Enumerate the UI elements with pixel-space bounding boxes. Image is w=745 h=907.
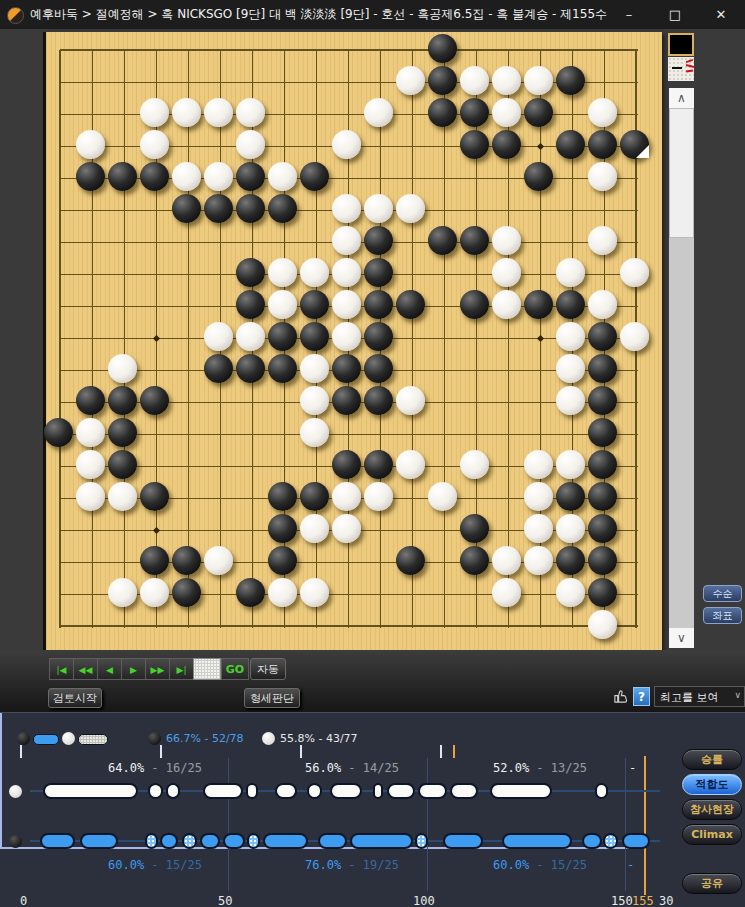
white-stone-10-6 <box>332 194 361 223</box>
white-stone-10-4 <box>332 130 361 159</box>
star-point <box>537 335 544 342</box>
match-segment-black <box>350 833 413 849</box>
match-segment-white <box>203 783 243 799</box>
match-segment-black <box>145 833 158 849</box>
ruler-tick <box>300 745 302 758</box>
tab-conformance[interactable]: 적합도 <box>682 774 742 795</box>
white-stone-14-2 <box>460 66 489 95</box>
white-overall-match: 55.8% - 43/77 <box>280 732 358 745</box>
black-stone-17-15 <box>556 482 585 511</box>
white-stone-12-2 <box>396 66 425 95</box>
white-stone-4-18 <box>140 578 169 607</box>
white-stone-18-5 <box>588 162 617 191</box>
black-stone-18-4 <box>588 130 617 159</box>
title-bar: 예후바둑 > 절예정해 > 흑 NICKSGO [9단] 대 백 淡淡淡 [9단… <box>0 0 745 29</box>
black-stone-18-14 <box>588 450 617 479</box>
ruler-tick <box>440 745 442 758</box>
star-point <box>153 335 160 342</box>
match-segment-black <box>603 833 618 849</box>
black-stone-17-17 <box>556 546 585 575</box>
black-stone-16-9 <box>524 290 553 319</box>
black-stone-7-6 <box>236 194 265 223</box>
analysis-panel: 66.7% - 52/78 55.8% - 43/77 승률 적합도 참사현장 … <box>0 712 745 907</box>
star-point <box>153 527 160 534</box>
x-axis-label-150: 150 <box>611 894 633 907</box>
scroll-up-icon[interactable]: ∧ <box>669 88 694 108</box>
white-stone-15-8 <box>492 258 521 287</box>
match-segment-black <box>247 833 260 849</box>
white-stone-17-11 <box>556 354 585 383</box>
black-stone-17-4 <box>556 130 585 159</box>
black-stone-15-4 <box>492 130 521 159</box>
black-stone-14-3 <box>460 98 489 127</box>
x-axis-label-155: 155 <box>632 894 654 907</box>
match-segment-white <box>148 783 163 799</box>
match-segment-black <box>415 833 428 849</box>
white-stone-6-3 <box>204 98 233 127</box>
grid-line-v <box>59 50 61 628</box>
black-stone-18-15 <box>588 482 617 511</box>
black-stone-18-18 <box>588 578 617 607</box>
black-stone-5-6 <box>172 194 201 223</box>
black-stone-11-10 <box>364 322 393 351</box>
app-icon <box>7 7 24 24</box>
black-stone-5-18 <box>172 578 201 607</box>
black-stone-2-5 <box>76 162 105 191</box>
match-segment-white <box>490 783 552 799</box>
grid-line-h <box>60 434 638 435</box>
match-segment-white <box>246 783 258 799</box>
black-stone-3-13 <box>108 418 137 447</box>
x-axis-label-0: 0 <box>20 894 27 907</box>
white-stone-15-3 <box>492 98 521 127</box>
last-move-marker <box>636 145 649 158</box>
current-move-line <box>644 756 646 895</box>
white-stone-18-3 <box>588 98 617 127</box>
black-stone-14-17 <box>460 546 489 575</box>
white-stone-18-7 <box>588 226 617 255</box>
black-stone-11-12 <box>364 386 393 415</box>
black-stone-7-8 <box>236 258 265 287</box>
black-stone-8-17 <box>268 546 297 575</box>
black-stone-8-6 <box>268 194 297 223</box>
black-stone-17-2 <box>556 66 585 95</box>
black-stone-14-9 <box>460 290 489 319</box>
chart-gridline <box>427 758 428 891</box>
x-axis-label-50: 50 <box>218 894 232 907</box>
match-segment-black <box>160 833 178 849</box>
black-stone-2-12 <box>76 386 105 415</box>
first-move-button[interactable]: |◀ <box>49 658 73 680</box>
white-stone-10-16 <box>332 514 361 543</box>
white-stone-4-4 <box>140 130 169 159</box>
fast-forward-button[interactable]: ▶▶ <box>145 658 169 680</box>
maximize-button[interactable]: □ <box>653 0 697 29</box>
black-stone-10-14 <box>332 450 361 479</box>
white-stone-7-3 <box>236 98 265 127</box>
go-button[interactable]: GO <box>221 658 249 680</box>
dropdown-value: 최고를 보여 <box>660 690 719 705</box>
match-segment-black <box>318 833 347 849</box>
black-stone-13-3 <box>428 98 457 127</box>
grid-line-v <box>412 50 413 628</box>
black-stone-10-11 <box>332 354 361 383</box>
black-stone-12-9 <box>396 290 425 319</box>
move-sequence-button[interactable]: 수순 <box>703 585 742 602</box>
black-stone-9-15 <box>300 482 329 511</box>
chart-gridline <box>228 758 229 891</box>
window-match-white: 52.0% - 13/25 <box>493 761 587 775</box>
white-stone-10-8 <box>332 258 361 287</box>
tab-winrate[interactable]: 승률 <box>682 749 742 770</box>
black-stone-8-15 <box>268 482 297 511</box>
white-stone-15-9 <box>492 290 521 319</box>
white-stone-8-5 <box>268 162 297 191</box>
match-segment-black <box>622 833 650 849</box>
black-stone-14-4 <box>460 130 489 159</box>
white-stone-9-11 <box>300 354 329 383</box>
white-stone-15-7 <box>492 226 521 255</box>
last-move-button[interactable]: ▶| <box>169 658 193 680</box>
black-stone-4-15 <box>140 482 169 511</box>
white-stone-6-5 <box>204 162 233 191</box>
white-stone-2-15 <box>76 482 105 511</box>
match-segment-white <box>43 783 138 799</box>
black-stone-12-17 <box>396 546 425 575</box>
white-stone-18-9 <box>588 290 617 319</box>
white-stone-19-8 <box>620 258 649 287</box>
red-scribble <box>686 64 694 68</box>
black-stone-6-11 <box>204 354 233 383</box>
window-match-white: - <box>629 761 636 775</box>
black-stone-18-11 <box>588 354 617 383</box>
black-stone-3-14 <box>108 450 137 479</box>
back-button[interactable]: ◀ <box>97 658 121 680</box>
grid-line-v <box>444 50 445 628</box>
match-segment-black <box>182 833 197 849</box>
white-stone-16-2 <box>524 66 553 95</box>
match-segment-white <box>307 783 322 799</box>
white-stone-15-18 <box>492 578 521 607</box>
white-stone-9-12 <box>300 386 329 415</box>
legend-white-dot <box>62 732 75 745</box>
black-stone-4-12 <box>140 386 169 415</box>
black-stone-9-5 <box>300 162 329 191</box>
match-segment-black <box>263 833 308 849</box>
white-stone-11-15 <box>364 482 393 511</box>
match-segment-black <box>200 833 220 849</box>
legend-white-pill <box>78 734 108 745</box>
black-stone-14-7 <box>460 226 489 255</box>
match-segment-white <box>450 783 478 799</box>
forward-button[interactable]: ▶ <box>121 658 145 680</box>
black-stone-11-11 <box>364 354 393 383</box>
white-stone-17-10 <box>556 322 585 351</box>
control-bar: |◀ ◀◀ ◀ ▶ ▶▶ ▶| GO 자동 검토시작 형세판단 ? 최고를 보여… <box>0 650 745 712</box>
white-stone-10-15 <box>332 482 361 511</box>
black-stone-13-2 <box>428 66 457 95</box>
white-stone-16-17 <box>524 546 553 575</box>
white-stone-17-16 <box>556 514 585 543</box>
black-stone-18-16 <box>588 514 617 543</box>
white-stone-16-15 <box>524 482 553 511</box>
white-stone-7-4 <box>236 130 265 159</box>
white-stone-2-4 <box>76 130 105 159</box>
match-segment-white <box>595 783 608 799</box>
match-segment-white <box>166 783 180 799</box>
window-title: 예후바둑 > 절예정해 > 흑 NICKSGO [9단] 대 백 淡淡淡 [9단… <box>30 6 607 23</box>
legend-blue-pill <box>33 734 59 745</box>
scroll-down-icon[interactable]: ∨ <box>669 628 694 648</box>
navigation-strip: |◀ ◀◀ ◀ ▶ ▶▶ ▶| GO <box>49 658 249 680</box>
black-stone-13-7 <box>428 226 457 255</box>
white-stone-3-15 <box>108 482 137 511</box>
ruler-tick-current <box>453 745 455 758</box>
match-segment-black <box>80 833 118 849</box>
white-stone-12-14 <box>396 450 425 479</box>
white-stone-6-10 <box>204 322 233 351</box>
black-stone-6-6 <box>204 194 233 223</box>
white-stone-4-3 <box>140 98 169 127</box>
white-stone-6-17 <box>204 546 233 575</box>
white-stone-17-12 <box>556 386 585 415</box>
board-scrollbar[interactable]: ∧ ∨ <box>669 88 694 648</box>
white-stone-13-15 <box>428 482 457 511</box>
window-match-black: - <box>627 858 634 872</box>
black-stone-16-5 <box>524 162 553 191</box>
start-review-button[interactable]: 검토시작 <box>48 688 102 708</box>
white-stone-16-14 <box>524 450 553 479</box>
thumbs-up-icon[interactable] <box>610 686 630 708</box>
white-stone-2-13 <box>76 418 105 447</box>
move-number-input[interactable] <box>193 658 221 680</box>
white-stone-5-5 <box>172 162 201 191</box>
match-segment-white <box>275 783 297 799</box>
black-stone-7-11 <box>236 354 265 383</box>
white-stone-9-16 <box>300 514 329 543</box>
white-stone-9-18 <box>300 578 329 607</box>
black-stone-5-17 <box>172 546 201 575</box>
white-stone-8-8 <box>268 258 297 287</box>
chart-gridline <box>625 758 626 891</box>
white-stone-11-6 <box>364 194 393 223</box>
white-stone-15-2 <box>492 66 521 95</box>
help-button[interactable]: ? <box>633 687 650 706</box>
white-stone-14-14 <box>460 450 489 479</box>
go-board[interactable] <box>46 32 662 652</box>
black-stone-13-1 <box>428 34 457 63</box>
white-stone-9-8 <box>300 258 329 287</box>
window-match-black: 76.0% - 19/25 <box>305 858 399 872</box>
black-stone-18-17 <box>588 546 617 575</box>
black-stone-16-3 <box>524 98 553 127</box>
scrollbar-thumb[interactable] <box>669 108 694 238</box>
close-button[interactable]: ✕ <box>699 0 743 29</box>
white-stone-11-3 <box>364 98 393 127</box>
black-stone-11-8 <box>364 258 393 287</box>
legend-black-overall-dot <box>148 732 161 745</box>
black-stone-18-10 <box>588 322 617 351</box>
black-stone-7-5 <box>236 162 265 191</box>
black-stone-3-12 <box>108 386 137 415</box>
white-stone-3-18 <box>108 578 137 607</box>
grid-line-v <box>188 50 189 628</box>
white-stone-10-7 <box>332 226 361 255</box>
black-stone-8-16 <box>268 514 297 543</box>
black-player-indicator <box>668 33 694 56</box>
black-stone-19-4-lastmove <box>620 130 649 159</box>
red-scribble <box>686 59 693 63</box>
white-stone-10-10 <box>332 322 361 351</box>
series-dot-white <box>9 785 22 798</box>
app-window: 예후바둑 > 절예정해 > 흑 NICKSGO [9단] 대 백 淡淡淡 [9단… <box>0 0 745 907</box>
auto-play-button[interactable]: 자동 <box>250 658 286 680</box>
white-stone-2-14 <box>76 450 105 479</box>
white-stone-12-12 <box>396 386 425 415</box>
match-segment-white <box>418 783 447 799</box>
black-stone-4-17 <box>140 546 169 575</box>
star-point <box>537 143 544 150</box>
white-stone-9-13 <box>300 418 329 447</box>
display-mode-dropdown[interactable]: 최고를 보여 ∨ <box>654 686 745 707</box>
legend-white-overall-dot <box>262 732 275 745</box>
share-button[interactable]: 공유 <box>682 873 742 894</box>
match-segment-black <box>443 833 483 849</box>
black-stone-11-14 <box>364 450 393 479</box>
black-stone-4-5 <box>140 162 169 191</box>
black-stone-11-7 <box>364 226 393 255</box>
match-segment-white <box>330 783 362 799</box>
grid-line-h <box>60 49 638 51</box>
x-axis-label-30: 30 <box>659 894 673 907</box>
white-indicator-dash <box>672 67 682 69</box>
black-stone-3-5 <box>108 162 137 191</box>
white-stone-16-16 <box>524 514 553 543</box>
match-segment-black <box>502 833 572 849</box>
black-stone-18-13 <box>588 418 617 447</box>
white-stone-17-14 <box>556 450 585 479</box>
tab-climax[interactable]: Climax <box>682 824 742 845</box>
grid-line-h <box>60 625 638 627</box>
minimize-button[interactable]: – <box>607 0 651 29</box>
black-stone-9-9 <box>300 290 329 319</box>
black-stone-7-9 <box>236 290 265 319</box>
grid-line-v <box>124 50 125 628</box>
black-stone-18-12 <box>588 386 617 415</box>
tab-disaster[interactable]: 참사현장 <box>682 799 742 820</box>
black-stone-14-16 <box>460 514 489 543</box>
white-stone-17-8 <box>556 258 585 287</box>
white-stone-15-17 <box>492 546 521 575</box>
fast-back-button[interactable]: ◀◀ <box>73 658 97 680</box>
red-scribble <box>686 69 693 72</box>
window-match-black: 60.0% - 15/25 <box>108 858 202 872</box>
window-match-black: 60.0% - 15/25 <box>493 858 587 872</box>
coordinates-button[interactable]: 좌표 <box>703 607 742 624</box>
window-match-white: 64.0% - 16/25 <box>108 761 202 775</box>
black-overall-match: 66.7% - 52/78 <box>166 732 244 745</box>
ruler-tick <box>20 745 22 758</box>
legend-black-dot <box>17 732 30 745</box>
white-stone-5-3 <box>172 98 201 127</box>
match-segment-black <box>582 833 602 849</box>
match-segment-white <box>387 783 415 799</box>
white-stone-8-9 <box>268 290 297 319</box>
white-player-indicator <box>668 57 694 81</box>
white-stone-17-18 <box>556 578 585 607</box>
y-axis <box>0 713 2 847</box>
match-segment-white <box>373 783 383 799</box>
white-stone-3-11 <box>108 354 137 383</box>
white-stone-12-6 <box>396 194 425 223</box>
black-stone-9-10 <box>300 322 329 351</box>
match-segment-black <box>40 833 75 849</box>
white-stone-8-18 <box>268 578 297 607</box>
chevron-down-icon: ∨ <box>734 690 741 700</box>
position-judge-button[interactable]: 형세판단 <box>244 688 300 708</box>
black-stone-11-9 <box>364 290 393 319</box>
match-segment-black <box>223 833 245 849</box>
window-match-white: 56.0% - 14/25 <box>305 761 399 775</box>
black-stone-7-18 <box>236 578 265 607</box>
black-stone-10-12 <box>332 386 361 415</box>
white-stone-10-9 <box>332 290 361 319</box>
white-stone-19-10 <box>620 322 649 351</box>
white-stone-7-10 <box>236 322 265 351</box>
white-stone-18-19 <box>588 610 617 639</box>
black-stone-17-9 <box>556 290 585 319</box>
black-stone-8-11 <box>268 354 297 383</box>
x-axis-label-100: 100 <box>413 894 435 907</box>
series-dot-black <box>9 835 22 848</box>
black-stone-1-13 <box>44 418 73 447</box>
ruler-tick <box>160 745 162 758</box>
black-stone-8-10 <box>268 322 297 351</box>
